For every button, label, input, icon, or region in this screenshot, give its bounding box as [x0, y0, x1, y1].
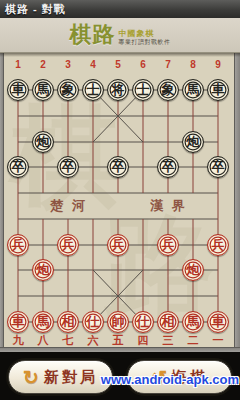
piece-black-soldier[interactable]: 卒 — [157, 156, 179, 178]
column-number: 六 — [83, 333, 103, 347]
piece-red-advisor[interactable]: 仕 — [82, 311, 104, 333]
piece-black-soldier[interactable]: 卒 — [7, 156, 29, 178]
column-number: 一 — [208, 333, 228, 347]
piece-black-elephant[interactable]: 象 — [57, 79, 79, 101]
column-number: 三 — [158, 333, 178, 347]
column-number: 2 — [33, 59, 53, 70]
piece-red-soldier[interactable]: 兵 — [207, 234, 229, 256]
app-header: 棋路 中國象棋 專業打譜對戰軟件 — [0, 18, 240, 53]
column-number: 6 — [133, 59, 153, 70]
site-watermark: www.android-apk.com — [101, 372, 239, 387]
logo-text: 棋路 — [70, 20, 116, 50]
piece-black-chariot[interactable]: 車 — [207, 79, 229, 101]
column-number: 1 — [8, 59, 28, 70]
piece-black-soldier[interactable]: 卒 — [207, 156, 229, 178]
new-game-button[interactable]: ↻ 新對局 — [8, 360, 113, 394]
piece-red-cannon[interactable]: 炮 — [182, 259, 204, 281]
piece-red-horse[interactable]: 馬 — [32, 311, 54, 333]
board-frame-left — [0, 53, 4, 352]
piece-black-cannon[interactable]: 炮 — [182, 131, 204, 153]
piece-black-elephant[interactable]: 象 — [157, 79, 179, 101]
column-number: 四 — [133, 333, 153, 347]
piece-red-elephant[interactable]: 相 — [57, 311, 79, 333]
column-number: 8 — [183, 59, 203, 70]
piece-black-horse[interactable]: 馬 — [32, 79, 54, 101]
piece-black-general[interactable]: 将 — [107, 79, 129, 101]
piece-red-soldier[interactable]: 兵 — [57, 234, 79, 256]
board-frame-bottom — [0, 347, 240, 352]
piece-red-soldier[interactable]: 兵 — [157, 234, 179, 256]
piece-black-soldier[interactable]: 卒 — [107, 156, 129, 178]
piece-black-advisor[interactable]: 士 — [132, 79, 154, 101]
river-label-left: 楚河 — [50, 197, 94, 215]
refresh-icon: ↻ — [23, 368, 39, 387]
river-label-right: 漢界 — [150, 197, 194, 215]
new-game-label: 新對局 — [44, 368, 98, 387]
column-number: 五 — [108, 333, 128, 347]
piece-black-chariot[interactable]: 車 — [7, 79, 29, 101]
piece-black-cannon[interactable]: 炮 — [32, 131, 54, 153]
column-number: 4 — [83, 59, 103, 70]
column-number: 七 — [58, 333, 78, 347]
piece-red-elephant[interactable]: 相 — [157, 311, 179, 333]
xiangqi-board[interactable]: 棋 路 123456789 九八七六五四三二一 楚河 漢界 車馬象士将士象馬車炮… — [4, 53, 234, 347]
column-number: 九 — [8, 333, 28, 347]
column-number: 9 — [208, 59, 228, 70]
piece-red-soldier[interactable]: 兵 — [107, 234, 129, 256]
board-region: 棋 路 123456789 九八七六五四三二一 楚河 漢界 車馬象士将士象馬車炮… — [0, 53, 240, 352]
column-number: 3 — [58, 59, 78, 70]
piece-red-advisor[interactable]: 仕 — [132, 311, 154, 333]
piece-red-horse[interactable]: 馬 — [182, 311, 204, 333]
column-number: 二 — [183, 333, 203, 347]
piece-red-general[interactable]: 帥 — [107, 311, 129, 333]
logo-subtitle: 中國象棋 — [119, 29, 171, 38]
column-number: 5 — [108, 59, 128, 70]
window-title: 棋路 - 對戰 — [0, 0, 240, 18]
piece-red-chariot[interactable]: 車 — [207, 311, 229, 333]
board-frame-right — [234, 53, 240, 352]
piece-black-advisor[interactable]: 士 — [82, 79, 104, 101]
piece-red-cannon[interactable]: 炮 — [32, 259, 54, 281]
piece-black-soldier[interactable]: 卒 — [57, 156, 79, 178]
piece-black-horse[interactable]: 馬 — [182, 79, 204, 101]
logo-tagline: 專業打譜對戰軟件 — [119, 38, 171, 46]
app-logo: 棋路 中國象棋 專業打譜對戰軟件 — [70, 20, 171, 50]
column-number: 7 — [158, 59, 178, 70]
piece-red-soldier[interactable]: 兵 — [7, 234, 29, 256]
column-number: 八 — [33, 333, 53, 347]
piece-red-chariot[interactable]: 車 — [7, 311, 29, 333]
